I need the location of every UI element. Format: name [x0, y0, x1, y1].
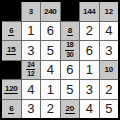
- digit-cell-r1c5[interactable]: 4: [100, 22, 119, 41]
- clue-cell-r3c1: 2412: [22, 61, 41, 80]
- black-cell-r0c0: [2, 2, 21, 21]
- solution-digit: 1: [47, 83, 54, 96]
- digit-cell-r1c4[interactable]: 2: [80, 22, 99, 41]
- digit-cell-r2c2[interactable]: 5: [41, 41, 60, 60]
- across-product-clue: 120: [4, 84, 18, 94]
- solution-digit: 3: [27, 44, 34, 57]
- solution-digit: 6: [86, 44, 93, 57]
- digit-cell-r4c1[interactable]: 4: [22, 80, 41, 99]
- solution-digit: 4: [47, 63, 54, 76]
- down-product-clue: 144: [83, 7, 95, 16]
- clue-cell-r5c3: 20: [61, 100, 80, 119]
- across-product-clue: 6: [8, 26, 14, 36]
- across-product-clue: 18: [65, 41, 74, 50]
- digit-cell-r1c2[interactable]: 6: [41, 22, 60, 41]
- solution-digit: 4: [105, 24, 112, 37]
- solution-digit: 3: [105, 44, 112, 57]
- clue-cell-r0c5: 12: [100, 2, 119, 21]
- across-product-clue: 20: [65, 104, 75, 114]
- digit-cell-r3c3[interactable]: 6: [61, 61, 80, 80]
- down-product-clue: 3: [29, 7, 33, 16]
- solution-digit: 1: [86, 63, 93, 76]
- clue-cell-r5c0: 6: [2, 100, 21, 119]
- solution-digit: 1: [27, 24, 34, 37]
- clue-cell-r0c4: 144: [80, 2, 99, 21]
- clue-cell-r2c0: 15: [2, 41, 21, 60]
- solution-digit: 2: [105, 83, 112, 96]
- solution-digit: 3: [86, 83, 93, 96]
- digit-cell-r5c2[interactable]: 2: [41, 100, 60, 119]
- across-product-clue: 24: [26, 61, 35, 70]
- solution-digit: 5: [105, 102, 112, 115]
- solution-digit: 2: [47, 102, 54, 115]
- digit-cell-r4c3[interactable]: 5: [61, 80, 80, 99]
- down-product-clue: 10: [105, 65, 113, 74]
- clue-cell-r0c1: 3: [22, 2, 41, 21]
- down-product-clue: 240: [44, 7, 56, 16]
- solution-digit: 3: [27, 102, 34, 115]
- digit-cell-r4c5[interactable]: 2: [100, 80, 119, 99]
- digit-cell-r3c4[interactable]: 1: [80, 61, 99, 80]
- digit-cell-r5c1[interactable]: 3: [22, 100, 41, 119]
- solution-digit: 2: [86, 24, 93, 37]
- clue-cell-r4c0: 120: [2, 80, 21, 99]
- across-product-clue: 15: [6, 45, 16, 55]
- solution-digit: 6: [66, 63, 73, 76]
- clue-cell-r0c2: 240: [41, 2, 60, 21]
- digit-cell-r5c5[interactable]: 5: [100, 100, 119, 119]
- digit-cell-r5c4[interactable]: 4: [80, 100, 99, 119]
- clue-cell-r1c0: 6: [2, 22, 21, 41]
- black-cell-r3c0: [2, 61, 21, 80]
- digit-cell-r1c1[interactable]: 1: [22, 22, 41, 41]
- solution-digit: 6: [47, 24, 54, 37]
- digit-cell-r2c1[interactable]: 3: [22, 41, 41, 60]
- digit-cell-r2c4[interactable]: 6: [80, 41, 99, 60]
- solution-digit: 4: [27, 83, 34, 96]
- black-cell-r0c3: [61, 2, 80, 21]
- kakuro-board: 3240144126168241535183063241246110120415…: [0, 0, 120, 120]
- clue-cell-r2c3: 1830: [61, 41, 80, 60]
- down-product-clue: 12: [27, 70, 34, 78]
- solution-digit: 5: [66, 83, 73, 96]
- digit-cell-r2c5[interactable]: 3: [100, 41, 119, 60]
- solution-digit: 4: [86, 102, 93, 115]
- across-product-clue: 6: [8, 104, 14, 114]
- digit-cell-r4c2[interactable]: 1: [41, 80, 60, 99]
- clue-cell-r1c3: 8: [61, 22, 80, 41]
- digit-cell-r4c4[interactable]: 3: [80, 80, 99, 99]
- down-product-clue: 30: [66, 51, 73, 59]
- solution-digit: 5: [47, 44, 54, 57]
- down-product-clue: 12: [105, 7, 113, 16]
- across-product-clue: 8: [67, 26, 73, 36]
- digit-cell-r3c2[interactable]: 4: [41, 61, 60, 80]
- clue-cell-r3c5: 10: [100, 61, 119, 80]
